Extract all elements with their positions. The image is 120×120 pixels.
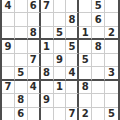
- sudoku-cell-r5c5[interactable]: 9: [54, 54, 67, 67]
- sudoku-cell-r7c6[interactable]: [66, 81, 79, 94]
- sudoku-cell-r7c8[interactable]: [92, 81, 105, 94]
- sudoku-cell-r5c9[interactable]: [105, 54, 118, 67]
- sudoku-cell-r4c9[interactable]: [105, 40, 118, 53]
- sudoku-cell-r5c1[interactable]: [2, 54, 15, 67]
- sudoku-cell-r9c7[interactable]: 2: [79, 108, 92, 120]
- sudoku-cell-r3c3[interactable]: 8: [28, 27, 41, 40]
- sudoku-cell-r2c5[interactable]: [54, 13, 67, 26]
- sudoku-cell-r5c8[interactable]: [92, 54, 105, 67]
- sudoku-cell-r3c8[interactable]: [92, 27, 105, 40]
- sudoku-cell-r3c2[interactable]: [15, 27, 28, 40]
- sudoku-cell-r3c6[interactable]: [66, 27, 79, 40]
- sudoku-cell-r7c9[interactable]: [105, 81, 118, 94]
- sudoku-cell-r8c9[interactable]: [105, 94, 118, 107]
- sudoku-cell-r3c5[interactable]: 5: [54, 27, 67, 40]
- sudoku-cell-r4c6[interactable]: 5: [66, 40, 79, 53]
- sudoku-cell-r6c8[interactable]: [92, 67, 105, 80]
- sudoku-cell-r8c6[interactable]: [66, 94, 79, 107]
- sudoku-cell-r6c9[interactable]: 3: [105, 67, 118, 80]
- sudoku-cell-r1c5[interactable]: [54, 0, 67, 13]
- sudoku-cell-r2c2[interactable]: [15, 13, 28, 26]
- sudoku-cell-r7c2[interactable]: [15, 81, 28, 94]
- sudoku-cell-r9c9[interactable]: 5: [105, 108, 118, 120]
- sudoku-cell-r9c4[interactable]: [41, 108, 54, 120]
- sudoku-cell-r3c9[interactable]: 2: [105, 27, 118, 40]
- sudoku-cell-r9c8[interactable]: [92, 108, 105, 120]
- sudoku-cell-r7c3[interactable]: 4: [28, 81, 41, 94]
- sudoku-cell-r5c3[interactable]: 7: [28, 54, 41, 67]
- sudoku-cell-r4c7[interactable]: [79, 40, 92, 53]
- sudoku-cell-r4c4[interactable]: 1: [41, 40, 54, 53]
- sudoku-cell-r1c9[interactable]: [105, 0, 118, 13]
- sudoku-cell-r5c2[interactable]: [15, 54, 28, 67]
- sudoku-cell-r6c2[interactable]: 5: [15, 67, 28, 80]
- sudoku-cell-r9c1[interactable]: [2, 108, 15, 120]
- sudoku-cell-r7c1[interactable]: 7: [2, 81, 15, 94]
- sudoku-cell-r6c7[interactable]: [79, 67, 92, 80]
- sudoku-cell-r5c6[interactable]: [66, 54, 79, 67]
- sudoku-cell-r3c7[interactable]: 1: [79, 27, 92, 40]
- sudoku-cell-r6c1[interactable]: [2, 67, 15, 80]
- sudoku-cell-r5c4[interactable]: [41, 54, 54, 67]
- sudoku-cell-r8c4[interactable]: 9: [41, 94, 54, 107]
- sudoku-cell-r2c6[interactable]: 8: [66, 13, 79, 26]
- sudoku-cell-r6c4[interactable]: 8: [41, 67, 54, 80]
- sudoku-cell-r9c2[interactable]: 6: [15, 108, 28, 120]
- sudoku-cell-r6c3[interactable]: [28, 67, 41, 80]
- sudoku-cell-r4c3[interactable]: [28, 40, 41, 53]
- sudoku-cell-r1c1[interactable]: 4: [2, 0, 15, 13]
- sudoku-cell-r1c4[interactable]: 7: [41, 0, 54, 13]
- sudoku-cell-r7c5[interactable]: 1: [54, 81, 67, 94]
- sudoku-cell-r2c4[interactable]: [41, 13, 54, 26]
- sudoku-cell-r9c3[interactable]: [28, 108, 41, 120]
- sudoku-cell-r1c6[interactable]: [66, 0, 79, 13]
- sudoku-cell-r1c3[interactable]: 6: [28, 0, 41, 13]
- sudoku-cell-r2c1[interactable]: [2, 13, 15, 26]
- sudoku-cell-r7c7[interactable]: 8: [79, 81, 92, 94]
- sudoku-cell-r9c5[interactable]: [54, 108, 67, 120]
- sudoku-board: 4675868512915879558437418896725: [0, 0, 120, 120]
- sudoku-cell-r4c5[interactable]: [54, 40, 67, 53]
- sudoku-cell-r1c2[interactable]: [15, 0, 28, 13]
- sudoku-cell-r3c4[interactable]: [41, 27, 54, 40]
- sudoku-cell-r3c1[interactable]: [2, 27, 15, 40]
- sudoku-cell-r2c8[interactable]: 6: [92, 13, 105, 26]
- sudoku-cell-r1c7[interactable]: [79, 0, 92, 13]
- sudoku-cell-r9c6[interactable]: 7: [66, 108, 79, 120]
- sudoku-cell-r6c6[interactable]: 4: [66, 67, 79, 80]
- sudoku-cell-r8c1[interactable]: [2, 94, 15, 107]
- sudoku-cell-r4c1[interactable]: 9: [2, 40, 15, 53]
- sudoku-cell-r2c9[interactable]: [105, 13, 118, 26]
- sudoku-cell-r7c4[interactable]: [41, 81, 54, 94]
- sudoku-cell-r8c3[interactable]: [28, 94, 41, 107]
- sudoku-cell-r4c8[interactable]: 8: [92, 40, 105, 53]
- sudoku-cell-r4c2[interactable]: [15, 40, 28, 53]
- sudoku-cell-r1c8[interactable]: 5: [92, 0, 105, 13]
- sudoku-cell-r5c7[interactable]: 5: [79, 54, 92, 67]
- sudoku-cell-r8c7[interactable]: [79, 94, 92, 107]
- sudoku-cell-r2c3[interactable]: [28, 13, 41, 26]
- sudoku-cell-r8c2[interactable]: 8: [15, 94, 28, 107]
- sudoku-cell-r8c8[interactable]: [92, 94, 105, 107]
- sudoku-cell-r2c7[interactable]: [79, 13, 92, 26]
- sudoku-cell-r8c5[interactable]: [54, 94, 67, 107]
- sudoku-cell-r6c5[interactable]: [54, 67, 67, 80]
